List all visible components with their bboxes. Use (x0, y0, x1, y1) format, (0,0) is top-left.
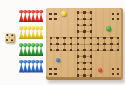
peg-body (39, 63, 44, 73)
board-hole (63, 49, 65, 51)
reserve-peg-blue[interactable] (39, 60, 44, 73)
die-pip (11, 39, 13, 41)
start-corner-hole-bottom-right (112, 73, 114, 75)
wooden-ludo-board (46, 8, 123, 80)
board-hole (77, 55, 79, 57)
board-hole (56, 43, 58, 45)
board-hole (103, 37, 105, 39)
board-hole (90, 11, 92, 13)
start-corner-hole-top-right (117, 13, 119, 15)
board-hole (97, 37, 99, 39)
die-pip (11, 35, 13, 37)
reserve-row-blue (19, 60, 44, 73)
board-hole (50, 43, 52, 45)
reserve-row-green (19, 43, 44, 56)
board-hole (83, 68, 85, 70)
board-hole (97, 43, 99, 45)
board-hole (83, 62, 85, 64)
board-hole (63, 43, 65, 45)
board-hole (90, 18, 92, 20)
start-corner-hole-top-right (117, 18, 119, 20)
board-hole (103, 43, 105, 45)
start-corner-hole-top-right (112, 18, 114, 20)
board-hole (103, 49, 105, 51)
board-hole (83, 74, 85, 76)
board-peg-blue[interactable] (56, 58, 60, 62)
board-peg-yellow[interactable] (61, 11, 65, 15)
board-hole (83, 37, 85, 39)
board-hole (77, 11, 79, 13)
reserve-peg-red[interactable] (39, 10, 44, 23)
board-hole (50, 37, 52, 39)
board-hole (77, 62, 79, 64)
board-hole (50, 49, 52, 51)
board-hole (77, 30, 79, 32)
peg-body (39, 46, 44, 56)
board-hole (90, 55, 92, 57)
start-corner-hole-bottom-left (54, 73, 56, 75)
board-peg-red[interactable] (98, 68, 102, 72)
board-hole (77, 43, 79, 45)
peg-body (39, 29, 44, 39)
die-pip (6, 39, 8, 41)
start-corner-hole-top-left (54, 18, 56, 20)
board-hole (77, 68, 79, 70)
board-hole (63, 37, 65, 39)
board-peg-green[interactable] (106, 26, 110, 30)
board-hole (83, 11, 85, 13)
start-corner-hole-bottom-right (117, 68, 119, 70)
board-hole (83, 24, 85, 26)
board-hole (77, 18, 79, 20)
board-hole (117, 37, 119, 39)
start-corner-hole-bottom-left (49, 73, 51, 75)
board-hole (77, 37, 79, 39)
scribe-line-vertical (84, 13, 85, 76)
board-hole (117, 43, 119, 45)
die-pip (8, 37, 10, 39)
die-pip (6, 34, 8, 36)
board-hole (117, 49, 119, 51)
board-hole (70, 49, 72, 51)
board-hole (97, 49, 99, 51)
board-hole (110, 43, 112, 45)
reserve-row-yellow (19, 26, 44, 39)
board-hole (90, 68, 92, 70)
start-corner-hole-bottom-left (54, 68, 56, 70)
start-corner-hole-top-right (112, 13, 114, 15)
start-corner-hole-bottom-right (112, 68, 114, 70)
board-hole (90, 74, 92, 76)
reserve-row-red (19, 10, 44, 23)
reserve-peg-green[interactable] (39, 43, 44, 56)
board-hole (77, 74, 79, 76)
reserve-peg-yellow[interactable] (39, 26, 44, 39)
board-hole (90, 30, 92, 32)
board-hole (83, 30, 85, 32)
board-hole (83, 18, 85, 20)
peg-body (39, 13, 44, 23)
start-corner-hole-top-left (49, 18, 51, 20)
board-hole (56, 37, 58, 39)
board-hole (90, 62, 92, 64)
board-hole (70, 43, 72, 45)
product-photo-scene (0, 0, 125, 85)
start-corner-hole-bottom-right (117, 73, 119, 75)
start-corner-hole-top-left (49, 13, 51, 15)
board-hole (56, 49, 58, 51)
start-corner-hole-bottom-left (49, 68, 51, 70)
board-hole (110, 37, 112, 39)
board-hole (70, 37, 72, 39)
wooden-die[interactable] (4, 33, 14, 43)
start-corner-hole-top-left (54, 13, 56, 15)
board-hole (110, 49, 112, 51)
board-hole (83, 55, 85, 57)
